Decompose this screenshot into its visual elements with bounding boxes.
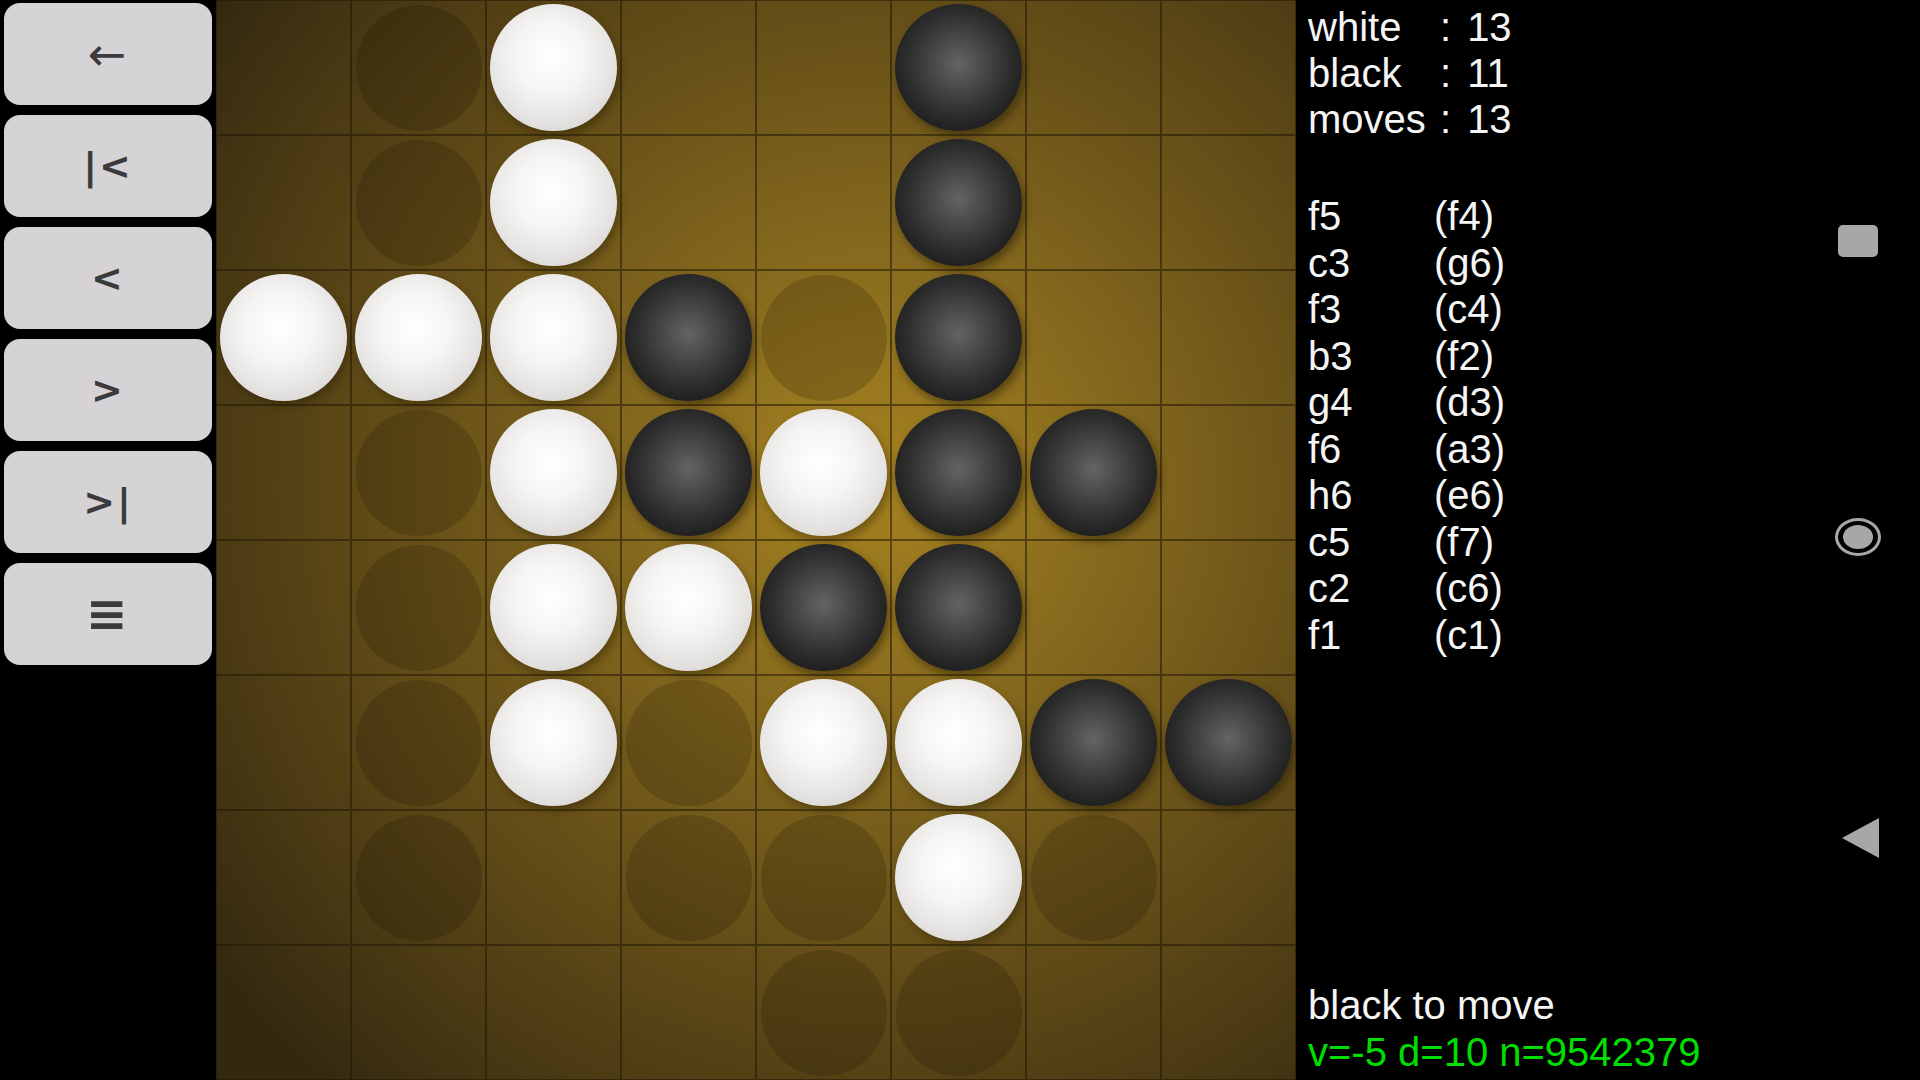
skip-to-start-button[interactable]: |< [4,115,212,217]
white-score-value: 13 [1467,4,1512,50]
legal-move-hint-d6 [626,680,752,806]
move-row-6: f6(a3) [1308,426,1505,473]
step-forward-button[interactable]: > [4,339,212,441]
black-disc-f1 [895,4,1022,131]
board-cell-e4[interactable] [756,405,891,540]
board-cell-c6[interactable] [486,675,621,810]
black-disc-f4 [895,409,1022,536]
board-cell-d5[interactable] [621,540,756,675]
move-white: (f7) [1434,519,1494,566]
skip-to-start-icon: |< [83,147,133,185]
colon: : [1440,50,1451,96]
board-cell-e2[interactable] [756,135,891,270]
black-disc-f2 [895,139,1022,266]
black-score-label: black [1308,50,1440,96]
black-disc-d3 [625,274,752,401]
board-cell-f2[interactable] [891,135,1026,270]
info-panel: white:13 black:11 moves:13 f5(f4)c3(g6)f… [1296,0,1920,1080]
board-cell-e8[interactable] [756,945,891,1080]
board-cell-d8[interactable] [621,945,756,1080]
board-cell-f4[interactable] [891,405,1026,540]
board-cell-f7[interactable] [891,810,1026,945]
legal-move-hint-b4 [356,410,482,536]
board-cell-b3[interactable] [351,270,486,405]
move-white: (e6) [1434,472,1505,519]
board-cell-e7[interactable] [756,810,891,945]
legal-move-hint-e3 [761,275,887,401]
black-disc-e5 [760,544,887,671]
home-circle-button[interactable] [1835,518,1881,556]
white-score-label: white [1308,4,1440,50]
move-white: (g6) [1434,240,1505,287]
board-cell-g1[interactable] [1026,0,1161,135]
board-cell-f6[interactable] [891,675,1026,810]
move-white: (f2) [1434,333,1494,380]
turn-indicator: black to move [1308,982,1701,1029]
step-back-icon: < [91,259,125,297]
move-row-7: h6(e6) [1308,472,1505,519]
board-cell-c8[interactable] [486,945,621,1080]
board-cell-h1[interactable] [1161,0,1296,135]
control-sidebar: ← |< < > >| ≡ [0,0,216,1080]
status-panel: black to move v=-5 d=10 n=9542379 [1308,982,1701,1076]
move-white: (a3) [1434,426,1505,473]
board-cell-h4[interactable] [1161,405,1296,540]
move-black: c3 [1308,240,1434,287]
board-cell-d6[interactable] [621,675,756,810]
menu-icon: ≡ [86,589,130,639]
moves-count-label: moves [1308,96,1440,142]
white-disc-c6 [490,679,617,806]
menu-button[interactable]: ≡ [4,563,212,665]
legal-move-hint-f8 [896,950,1022,1076]
board-cell-h6[interactable] [1161,675,1296,810]
board-cell-g5[interactable] [1026,540,1161,675]
white-disc-b3 [355,274,482,401]
black-disc-g6 [1030,679,1157,806]
board-cell-a1[interactable] [216,0,351,135]
board-cell-b1[interactable] [351,0,486,135]
legal-move-hint-g7 [1031,815,1157,941]
white-disc-e4 [760,409,887,536]
board-cell-h7[interactable] [1161,810,1296,945]
colon: : [1440,4,1451,50]
board-cell-b7[interactable] [351,810,486,945]
board-cell-h8[interactable] [1161,945,1296,1080]
white-disc-c1 [490,4,617,131]
board-cell-c4[interactable] [486,405,621,540]
board-cell-b5[interactable] [351,540,486,675]
legal-move-hint-b7 [356,815,482,941]
score-panel: white:13 black:11 moves:13 [1308,4,1512,142]
legal-move-hint-d7 [626,815,752,941]
moves-count-value: 13 [1467,96,1512,142]
board-cell-f5[interactable] [891,540,1026,675]
legal-move-hint-b5 [356,545,482,671]
board-cell-h3[interactable] [1161,270,1296,405]
board-cell-e6[interactable] [756,675,891,810]
move-black: c5 [1308,519,1434,566]
board-cell-a8[interactable] [216,945,351,1080]
skip-to-end-icon: >| [83,483,133,521]
move-white: (c6) [1434,565,1503,612]
board-cell-a2[interactable] [216,135,351,270]
board-cell-b2[interactable] [351,135,486,270]
board-cell-c3[interactable] [486,270,621,405]
black-score-value: 11 [1467,50,1509,96]
white-disc-d5 [625,544,752,671]
legal-move-hint-b6 [356,680,482,806]
colon: : [1440,96,1451,142]
app-screen: ← |< < > >| ≡ white:13 black:11 moves:13 [0,0,1920,1080]
board-cell-g2[interactable] [1026,135,1161,270]
board-cell-f3[interactable] [891,270,1026,405]
white-disc-f6 [895,679,1022,806]
board-cell-d7[interactable] [621,810,756,945]
board-cell-c7[interactable] [486,810,621,945]
white-disc-c2 [490,139,617,266]
legal-move-hint-b1 [356,5,482,131]
engine-info: v=-5 d=10 n=9542379 [1308,1029,1701,1076]
black-disc-g4 [1030,409,1157,536]
board-cell-g8[interactable] [1026,945,1161,1080]
board-cell-c1[interactable] [486,0,621,135]
white-disc-c3 [490,274,617,401]
moves-count-row: moves:13 [1308,96,1512,142]
board-cell-c5[interactable] [486,540,621,675]
board-cell-a7[interactable] [216,810,351,945]
white-disc-c4 [490,409,617,536]
move-white: (c4) [1434,286,1503,333]
board-cell-g7[interactable] [1026,810,1161,945]
legal-move-hint-e8 [761,950,887,1076]
move-list: f5(f4)c3(g6)f3(c4)b3(f2)g4(d3)f6(a3)h6(e… [1308,193,1505,658]
move-row-10: f1(c1) [1308,612,1505,659]
board-cell-e3[interactable] [756,270,891,405]
move-black: g4 [1308,379,1434,426]
move-row-2: c3(g6) [1308,240,1505,287]
black-disc-f3 [895,274,1022,401]
move-row-3: f3(c4) [1308,286,1505,333]
move-row-8: c5(f7) [1308,519,1505,566]
move-black: b3 [1308,333,1434,380]
board-cell-d2[interactable] [621,135,756,270]
back-arrow-icon: ← [88,31,129,77]
legal-move-hint-e7 [761,815,887,941]
board-cell-g3[interactable] [1026,270,1161,405]
othello-board [216,0,1296,1080]
board-cell-e1[interactable] [756,0,891,135]
board-cell-d3[interactable] [621,270,756,405]
android-back-triangle-button[interactable] [1842,818,1879,858]
move-white: (d3) [1434,379,1505,426]
board-cell-h5[interactable] [1161,540,1296,675]
white-score-row: white:13 [1308,4,1512,50]
black-disc-d4 [625,409,752,536]
board-cell-b6[interactable] [351,675,486,810]
move-row-9: c2(c6) [1308,565,1505,612]
board-cell-a6[interactable] [216,675,351,810]
move-black: f5 [1308,193,1434,240]
move-row-5: g4(d3) [1308,379,1505,426]
step-back-button[interactable]: < [4,227,212,329]
board-cell-d4[interactable] [621,405,756,540]
black-disc-h6 [1165,679,1292,806]
board-cell-c2[interactable] [486,135,621,270]
board-cell-b8[interactable] [351,945,486,1080]
move-white: (f4) [1434,193,1494,240]
board-cell-g4[interactable] [1026,405,1161,540]
home-circle-icon [1843,525,1873,549]
move-black: f6 [1308,426,1434,473]
board-cell-h2[interactable] [1161,135,1296,270]
back-arrow-button[interactable]: ← [4,3,212,105]
board-cell-g6[interactable] [1026,675,1161,810]
move-black: f1 [1308,612,1434,659]
move-white: (c1) [1434,612,1503,659]
legal-move-hint-b2 [356,140,482,266]
white-disc-c5 [490,544,617,671]
board-cell-d1[interactable] [621,0,756,135]
white-disc-e6 [760,679,887,806]
board-cell-a5[interactable] [216,540,351,675]
move-row-1: f5(f4) [1308,193,1505,240]
white-disc-f7 [895,814,1022,941]
white-disc-a3 [220,274,347,401]
board-cell-f1[interactable] [891,0,1026,135]
board-cell-b4[interactable] [351,405,486,540]
move-black: f3 [1308,286,1434,333]
black-disc-f5 [895,544,1022,671]
move-black: h6 [1308,472,1434,519]
move-row-4: b3(f2) [1308,333,1505,380]
board-cell-a3[interactable] [216,270,351,405]
skip-to-end-button[interactable]: >| [4,451,212,553]
recents-square-button[interactable] [1838,225,1878,257]
board-cell-f8[interactable] [891,945,1026,1080]
board-cell-e5[interactable] [756,540,891,675]
board-cell-a4[interactable] [216,405,351,540]
black-score-row: black:11 [1308,50,1512,96]
step-forward-icon: > [91,371,125,409]
move-black: c2 [1308,565,1434,612]
